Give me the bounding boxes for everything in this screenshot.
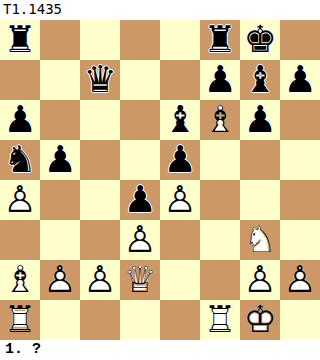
- white-bishop[interactable]: ♝♗: [0, 260, 40, 300]
- square-a1[interactable]: ♜♖: [0, 300, 40, 340]
- black-pawn[interactable]: ♟: [280, 60, 320, 100]
- square-b1[interactable]: [40, 300, 80, 340]
- square-c4[interactable]: [80, 180, 120, 220]
- square-c6[interactable]: [80, 100, 120, 140]
- square-g7[interactable]: ♝: [240, 60, 280, 100]
- black-rook[interactable]: ♜: [200, 20, 240, 60]
- black-pawn[interactable]: ♟: [240, 100, 280, 140]
- square-g6[interactable]: ♟: [240, 100, 280, 140]
- move-prompt: 1. ?: [0, 340, 320, 360]
- square-e7[interactable]: [160, 60, 200, 100]
- white-bishop[interactable]: ♝♗: [200, 100, 240, 140]
- square-f6[interactable]: ♝♗: [200, 100, 240, 140]
- square-g3[interactable]: ♞♘: [240, 220, 280, 260]
- square-c2[interactable]: ♟♙: [80, 260, 120, 300]
- square-f4[interactable]: [200, 180, 240, 220]
- square-h4[interactable]: [280, 180, 320, 220]
- white-pawn[interactable]: ♟♙: [240, 260, 280, 300]
- square-a2[interactable]: ♝♗: [0, 260, 40, 300]
- square-e4[interactable]: ♟♙: [160, 180, 200, 220]
- square-f3[interactable]: [200, 220, 240, 260]
- square-h2[interactable]: ♟♙: [280, 260, 320, 300]
- square-c3[interactable]: [80, 220, 120, 260]
- white-rook[interactable]: ♜♖: [200, 300, 240, 340]
- chess-diagram-page: T1.1435 ♜♜♚♛♟♝♟♟♝♝♗♟♞♟♟♟♙♟♟♙♟♙♞♘♝♗♟♙♟♙♛♕…: [0, 0, 320, 360]
- black-queen[interactable]: ♛: [80, 60, 120, 100]
- square-d4[interactable]: ♟: [120, 180, 160, 220]
- square-d1[interactable]: [120, 300, 160, 340]
- square-e5[interactable]: ♟: [160, 140, 200, 180]
- black-rook[interactable]: ♜: [0, 20, 40, 60]
- square-h1[interactable]: [280, 300, 320, 340]
- square-a8[interactable]: ♜: [0, 20, 40, 60]
- white-pawn[interactable]: ♟♙: [280, 260, 320, 300]
- white-pawn[interactable]: ♟♙: [0, 180, 40, 220]
- square-h7[interactable]: ♟: [280, 60, 320, 100]
- square-f5[interactable]: [200, 140, 240, 180]
- white-rook[interactable]: ♜♖: [0, 300, 40, 340]
- square-a3[interactable]: [0, 220, 40, 260]
- square-c5[interactable]: [80, 140, 120, 180]
- square-g5[interactable]: [240, 140, 280, 180]
- chess-board: ♜♜♚♛♟♝♟♟♝♝♗♟♞♟♟♟♙♟♟♙♟♙♞♘♝♗♟♙♟♙♛♕♟♙♟♙♜♖♜♖…: [0, 20, 320, 340]
- square-e6[interactable]: ♝: [160, 100, 200, 140]
- square-h6[interactable]: [280, 100, 320, 140]
- black-pawn[interactable]: ♟: [200, 60, 240, 100]
- black-pawn[interactable]: ♟: [160, 140, 200, 180]
- square-f2[interactable]: [200, 260, 240, 300]
- square-d8[interactable]: [120, 20, 160, 60]
- square-e8[interactable]: [160, 20, 200, 60]
- square-h5[interactable]: [280, 140, 320, 180]
- square-b7[interactable]: [40, 60, 80, 100]
- square-d7[interactable]: [120, 60, 160, 100]
- square-a6[interactable]: ♟: [0, 100, 40, 140]
- square-d5[interactable]: [120, 140, 160, 180]
- black-bishop[interactable]: ♝: [160, 100, 200, 140]
- square-b4[interactable]: [40, 180, 80, 220]
- square-c7[interactable]: ♛: [80, 60, 120, 100]
- square-g4[interactable]: [240, 180, 280, 220]
- square-d6[interactable]: [120, 100, 160, 140]
- square-b8[interactable]: [40, 20, 80, 60]
- square-c1[interactable]: [80, 300, 120, 340]
- square-e2[interactable]: [160, 260, 200, 300]
- square-e1[interactable]: [160, 300, 200, 340]
- white-pawn[interactable]: ♟♙: [40, 260, 80, 300]
- black-knight[interactable]: ♞: [0, 140, 40, 180]
- black-pawn[interactable]: ♟: [40, 140, 80, 180]
- black-pawn[interactable]: ♟: [120, 180, 160, 220]
- square-f7[interactable]: ♟: [200, 60, 240, 100]
- square-b6[interactable]: [40, 100, 80, 140]
- square-h8[interactable]: [280, 20, 320, 60]
- white-pawn[interactable]: ♟♙: [80, 260, 120, 300]
- square-g2[interactable]: ♟♙: [240, 260, 280, 300]
- white-knight[interactable]: ♞♘: [240, 220, 280, 260]
- square-a4[interactable]: ♟♙: [0, 180, 40, 220]
- white-king[interactable]: ♚♔: [240, 300, 280, 340]
- square-a5[interactable]: ♞: [0, 140, 40, 180]
- square-b2[interactable]: ♟♙: [40, 260, 80, 300]
- square-d3[interactable]: ♟♙: [120, 220, 160, 260]
- black-king[interactable]: ♚: [240, 20, 280, 60]
- square-e3[interactable]: [160, 220, 200, 260]
- puzzle-title: T1.1435: [0, 0, 320, 20]
- white-pawn[interactable]: ♟♙: [120, 220, 160, 260]
- square-f8[interactable]: ♜: [200, 20, 240, 60]
- square-h3[interactable]: [280, 220, 320, 260]
- black-bishop[interactable]: ♝: [240, 60, 280, 100]
- square-b5[interactable]: ♟: [40, 140, 80, 180]
- square-c8[interactable]: [80, 20, 120, 60]
- white-pawn[interactable]: ♟♙: [160, 180, 200, 220]
- square-b3[interactable]: [40, 220, 80, 260]
- square-g1[interactable]: ♚♔: [240, 300, 280, 340]
- black-pawn[interactable]: ♟: [0, 100, 40, 140]
- square-d2[interactable]: ♛♕: [120, 260, 160, 300]
- square-g8[interactable]: ♚: [240, 20, 280, 60]
- square-a7[interactable]: [0, 60, 40, 100]
- white-queen[interactable]: ♛♕: [120, 260, 160, 300]
- square-f1[interactable]: ♜♖: [200, 300, 240, 340]
